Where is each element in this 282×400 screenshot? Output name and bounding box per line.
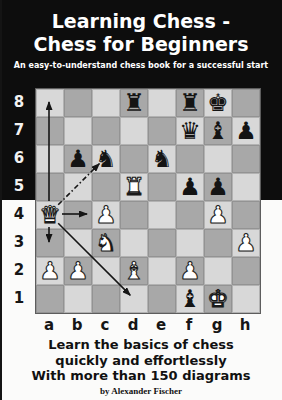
white-knight: ♞ — [95, 229, 117, 257]
white-pawn: ♟ — [179, 257, 201, 285]
square-a2: ♟ — [36, 257, 64, 285]
black-bishop: ♝ — [207, 117, 229, 145]
square-g6 — [204, 145, 232, 173]
square-h5 — [232, 173, 260, 201]
square-a6 — [36, 145, 64, 173]
rank-labels: 87654321 — [8, 88, 30, 312]
square-b5 — [64, 173, 92, 201]
square-a7 — [36, 117, 64, 145]
black-knight: ♞ — [95, 145, 117, 173]
tagline-line2: quickly and effortlessly — [0, 353, 282, 369]
square-e7 — [148, 117, 176, 145]
square-c5 — [92, 173, 120, 201]
square-d4 — [120, 201, 148, 229]
file-label-b: b — [63, 314, 91, 336]
book-title-line2: Chess for Beginners — [0, 33, 282, 56]
square-d8: ♜ — [120, 89, 148, 117]
square-h7: ♟ — [232, 117, 260, 145]
book-subtitle: An easy-to-understand chess book for a s… — [0, 61, 282, 70]
white-pawn: ♟ — [207, 201, 229, 229]
square-b3 — [64, 229, 92, 257]
square-e4 — [148, 201, 176, 229]
square-h2 — [232, 257, 260, 285]
square-d5: ♜ — [120, 173, 148, 201]
square-e5 — [148, 173, 176, 201]
square-d6 — [120, 145, 148, 173]
square-f8: ♜ — [176, 89, 204, 117]
tagline-line3: With more than 150 diagrams — [0, 368, 282, 384]
square-g7: ♝ — [204, 117, 232, 145]
black-pawn: ♟ — [235, 117, 257, 145]
square-a4: ♛ — [36, 201, 64, 229]
square-d1 — [120, 285, 148, 313]
square-b7 — [64, 117, 92, 145]
file-label-a: a — [35, 314, 63, 336]
black-knight: ♞ — [151, 145, 173, 173]
rank-label-2: 2 — [8, 256, 30, 284]
square-c8 — [92, 89, 120, 117]
square-c6: ♞ — [92, 145, 120, 173]
square-d7 — [120, 117, 148, 145]
rank-label-4: 4 — [8, 200, 30, 228]
square-b2: ♟ — [64, 257, 92, 285]
square-f2: ♟ — [176, 257, 204, 285]
file-label-h: h — [231, 314, 259, 336]
cover-header: Learning Chess - Chess for Beginners An … — [0, 10, 282, 70]
rank-label-1: 1 — [8, 284, 30, 312]
black-queen: ♛ — [179, 117, 201, 145]
square-f4 — [176, 201, 204, 229]
rank-label-5: 5 — [8, 172, 30, 200]
rank-label-8: 8 — [8, 88, 30, 116]
white-queen: ♛ — [39, 201, 61, 229]
square-a5 — [36, 173, 64, 201]
square-h4 — [232, 201, 260, 229]
square-e6: ♞ — [148, 145, 176, 173]
square-g8: ♚ — [204, 89, 232, 117]
black-pawn: ♟ — [207, 173, 229, 201]
white-bishop: ♝ — [123, 257, 145, 285]
square-f7: ♛ — [176, 117, 204, 145]
square-f6 — [176, 145, 204, 173]
white-rook: ♜ — [123, 173, 145, 201]
black-pawn: ♟ — [67, 145, 89, 173]
square-e1 — [148, 285, 176, 313]
square-b8 — [64, 89, 92, 117]
square-c1 — [92, 285, 120, 313]
author-byline: by Alexander Fischer — [0, 386, 282, 396]
square-h6 — [232, 145, 260, 173]
square-h3: ♟ — [232, 229, 260, 257]
book-title: Learning Chess - Chess for Beginners — [0, 10, 282, 56]
white-pawn: ♟ — [39, 257, 61, 285]
square-a1 — [36, 285, 64, 313]
square-g5: ♟ — [204, 173, 232, 201]
square-d2: ♝ — [120, 257, 148, 285]
black-rook: ♜ — [179, 89, 201, 117]
black-rook: ♜ — [123, 89, 145, 117]
file-label-f: f — [175, 314, 203, 336]
square-f1: ♝ — [176, 285, 204, 313]
square-h1 — [232, 285, 260, 313]
square-c2 — [92, 257, 120, 285]
square-e3 — [148, 229, 176, 257]
white-pawn: ♟ — [67, 257, 89, 285]
rank-label-3: 3 — [8, 228, 30, 256]
square-e8 — [148, 89, 176, 117]
file-label-d: d — [119, 314, 147, 336]
square-c3: ♞ — [92, 229, 120, 257]
square-d3 — [120, 229, 148, 257]
rank-label-6: 6 — [8, 144, 30, 172]
file-label-g: g — [203, 314, 231, 336]
square-g2 — [204, 257, 232, 285]
cover-footer: Learn the basics of chess quickly and ef… — [0, 337, 282, 396]
square-a3 — [36, 229, 64, 257]
square-b6: ♟ — [64, 145, 92, 173]
white-pawn: ♟ — [235, 229, 257, 257]
black-pawn: ♟ — [179, 173, 201, 201]
square-g3 — [204, 229, 232, 257]
book-title-line1: Learning Chess - — [0, 10, 282, 33]
file-labels: abcdefgh — [35, 314, 260, 336]
rank-label-7: 7 — [8, 116, 30, 144]
file-label-e: e — [147, 314, 175, 336]
square-h8 — [232, 89, 260, 117]
book-cover: Learning Chess - Chess for Beginners An … — [0, 0, 282, 400]
file-label-c: c — [91, 314, 119, 336]
black-king: ♚ — [207, 89, 229, 117]
tagline-line1: Learn the basics of chess — [0, 337, 282, 353]
square-c4: ♟ — [92, 201, 120, 229]
square-b4 — [64, 201, 92, 229]
chess-board: ♜♜♚♛♝♟♟♞♞♜♟♟♛♟♟♞♟♟♟♝♟♝♚ — [35, 88, 261, 314]
square-e2 — [148, 257, 176, 285]
square-a8 — [36, 89, 64, 117]
square-g4: ♟ — [204, 201, 232, 229]
square-f5: ♟ — [176, 173, 204, 201]
white-pawn: ♟ — [95, 201, 117, 229]
square-c7 — [92, 117, 120, 145]
white-king: ♚ — [207, 285, 229, 313]
square-g1: ♚ — [204, 285, 232, 313]
black-bishop: ♝ — [179, 285, 201, 313]
square-f3 — [176, 229, 204, 257]
square-b1 — [64, 285, 92, 313]
